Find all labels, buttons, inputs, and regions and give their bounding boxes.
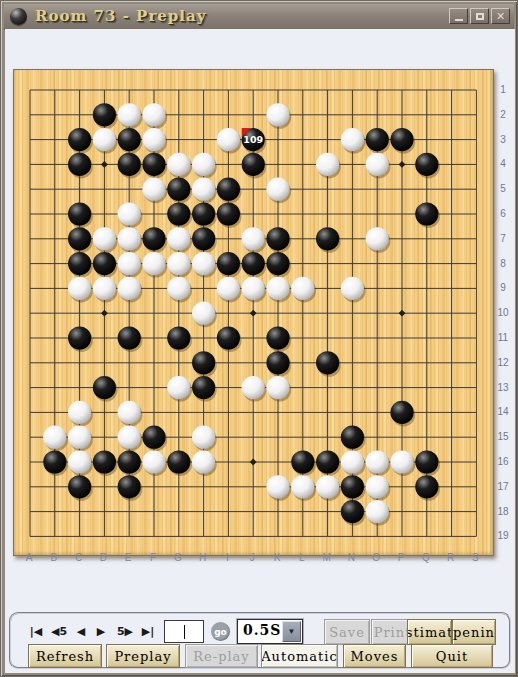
- black-stone-C11: [68, 326, 91, 349]
- automatic-button[interactable]: Automatic: [261, 644, 338, 668]
- titlebar[interactable]: Room 73 - Preplay ✕: [4, 4, 514, 30]
- white-stone-D3: [93, 128, 116, 151]
- row-label-4: 4: [495, 158, 511, 169]
- white-stone-C14: [68, 401, 91, 424]
- col-label-B: B: [50, 552, 57, 563]
- row-label-12: 12: [495, 356, 511, 367]
- black-stone-C4: [68, 153, 91, 176]
- black-stone-K8: [266, 252, 289, 275]
- white-stone-H8: [192, 252, 215, 275]
- black-stone-P3: [390, 128, 413, 151]
- speed-select[interactable]: 0.5S ▼: [237, 619, 303, 644]
- black-stone-C7: [68, 227, 91, 250]
- black-stone-D16: [93, 450, 116, 473]
- col-label-D: D: [100, 552, 107, 563]
- black-stone-I5: [217, 178, 240, 201]
- black-stone-D13: [93, 376, 116, 399]
- white-stone-O18: [366, 500, 389, 523]
- black-stone-G6: [167, 202, 190, 225]
- move-number-label: 109: [243, 134, 263, 145]
- white-stone-E7: [118, 227, 141, 250]
- estimate-button[interactable]: stimat: [407, 619, 452, 645]
- col-label-Q: Q: [422, 552, 430, 563]
- row-label-6: 6: [495, 208, 511, 219]
- window-title: Room 73 - Preplay: [35, 7, 206, 25]
- preplay-button[interactable]: Preplay: [106, 644, 180, 668]
- black-stone-E16: [118, 450, 141, 473]
- black-stone-B16: [43, 450, 66, 473]
- white-stone-H16: [192, 450, 215, 473]
- move-number-input[interactable]: [164, 620, 204, 643]
- black-stone-G16: [167, 450, 190, 473]
- save-button[interactable]: Save: [324, 619, 370, 645]
- black-stone-Q17: [415, 475, 438, 498]
- black-stone-L16: [291, 450, 314, 473]
- white-stone-H15: [192, 426, 215, 449]
- star-point-P4: [399, 161, 406, 168]
- white-stone-O4: [366, 153, 389, 176]
- black-stone-K7: [266, 227, 289, 250]
- col-label-J: J: [250, 552, 255, 563]
- black-stone-I8: [217, 252, 240, 275]
- white-stone-K17: [266, 475, 289, 498]
- white-stone-D7: [93, 227, 116, 250]
- white-stone-N9: [341, 277, 364, 300]
- col-label-I: I: [226, 552, 229, 563]
- row-label-5: 5: [495, 183, 511, 194]
- black-stone-M16: [316, 450, 339, 473]
- white-stone-J7: [242, 227, 265, 250]
- row-label-10: 10: [495, 307, 511, 318]
- white-stone-E15: [118, 426, 141, 449]
- white-stone-G8: [167, 252, 190, 275]
- row-label-1: 1: [495, 84, 511, 95]
- star-point-D4: [101, 161, 108, 168]
- white-stone-E8: [118, 252, 141, 275]
- maximize-icon: [476, 13, 484, 20]
- white-stone-N3: [341, 128, 364, 151]
- white-stone-J13: [242, 376, 265, 399]
- black-stone-E3: [118, 128, 141, 151]
- content-area: 109 ABCDEFGHIJKLMNOPQRS 1234567891011121…: [5, 29, 515, 673]
- white-stone-F8: [142, 252, 165, 275]
- black-stone-E17: [118, 475, 141, 498]
- replay-button[interactable]: Re-play: [185, 644, 258, 668]
- col-label-G: G: [174, 552, 182, 563]
- white-stone-K5: [266, 178, 289, 201]
- black-stone-H13: [192, 376, 215, 399]
- row-label-15: 15: [495, 431, 511, 442]
- maximize-button[interactable]: [470, 8, 489, 24]
- black-stone-D2: [93, 103, 116, 126]
- black-stone-M7: [316, 227, 339, 250]
- col-label-S: S: [472, 552, 479, 563]
- black-stone-F4: [142, 153, 165, 176]
- quit-button[interactable]: Quit: [411, 644, 493, 668]
- star-point-D10: [101, 310, 108, 317]
- white-stone-K2: [266, 103, 289, 126]
- last-move-button[interactable]: ▶|: [142, 625, 154, 638]
- white-stone-L9: [291, 277, 314, 300]
- black-stone-G5: [167, 178, 190, 201]
- minimize-button[interactable]: [449, 8, 468, 24]
- speed-value: 0.5S: [243, 622, 281, 638]
- white-stone-O17: [366, 475, 389, 498]
- black-stone-C6: [68, 202, 91, 225]
- go-stone-icon: [10, 8, 27, 25]
- back-5-button[interactable]: ◀5: [51, 625, 67, 638]
- black-stone-I6: [217, 202, 240, 225]
- col-label-P: P: [398, 552, 405, 563]
- black-stone-Q16: [415, 450, 438, 473]
- white-stone-G4: [167, 153, 190, 176]
- col-label-A: A: [26, 552, 33, 563]
- col-label-N: N: [348, 552, 355, 563]
- black-stone-N17: [341, 475, 364, 498]
- white-stone-B15: [43, 426, 66, 449]
- col-label-H: H: [199, 552, 206, 563]
- white-stone-M4: [316, 153, 339, 176]
- black-stone-H7: [192, 227, 215, 250]
- white-stone-E9: [118, 277, 141, 300]
- black-stone-E4: [118, 153, 141, 176]
- black-stone-J8: [242, 252, 265, 275]
- white-stone-I9: [217, 277, 240, 300]
- col-label-R: R: [447, 552, 454, 563]
- board-grid[interactable]: 109: [14, 70, 493, 555]
- white-stone-K13: [266, 376, 289, 399]
- black-stone-K11: [266, 326, 289, 349]
- close-button[interactable]: ✕: [491, 8, 510, 24]
- white-stone-F16: [142, 450, 165, 473]
- white-stone-O16: [366, 450, 389, 473]
- black-stone-D8: [93, 252, 116, 275]
- col-label-K: K: [274, 552, 281, 563]
- text-caret: [184, 625, 185, 639]
- col-label-E: E: [125, 552, 132, 563]
- black-stone-N18: [341, 500, 364, 523]
- row-label-18: 18: [495, 505, 511, 516]
- row-label-19: 19: [495, 530, 511, 541]
- row-label-16: 16: [495, 456, 511, 467]
- col-label-F: F: [150, 552, 156, 563]
- row-label-17: 17: [495, 480, 511, 491]
- white-stone-D9: [93, 277, 116, 300]
- black-stone-C17: [68, 475, 91, 498]
- white-stone-G7: [167, 227, 190, 250]
- minimize-icon: [455, 19, 463, 21]
- row-label-8: 8: [495, 257, 511, 268]
- white-stone-C16: [68, 450, 91, 473]
- star-point-J16: [250, 459, 257, 466]
- white-stone-G9: [167, 277, 190, 300]
- black-stone-G11: [167, 326, 190, 349]
- black-stone-Q4: [415, 153, 438, 176]
- black-stone-H12: [192, 351, 215, 374]
- white-stone-I3: [217, 128, 240, 151]
- star-point-P10: [399, 310, 406, 317]
- star-point-J10: [250, 310, 257, 317]
- white-stone-K9: [266, 277, 289, 300]
- go-button[interactable]: go: [211, 622, 230, 641]
- control-panel: |◀ ◀5 ◀ ▶ 5▶ ▶| go 0.5S ▼ Save Print sti…: [9, 612, 511, 669]
- white-stone-F2: [142, 103, 165, 126]
- black-stone-N15: [341, 426, 364, 449]
- black-stone-H6: [192, 202, 215, 225]
- black-stone-E11: [118, 326, 141, 349]
- white-stone-O7: [366, 227, 389, 250]
- white-stone-H4: [192, 153, 215, 176]
- white-stone-E2: [118, 103, 141, 126]
- refresh-button[interactable]: Refresh: [28, 644, 102, 668]
- white-stone-F5: [142, 178, 165, 201]
- col-label-C: C: [75, 552, 82, 563]
- black-stone-Q6: [415, 202, 438, 225]
- black-stone-F7: [142, 227, 165, 250]
- row-label-11: 11: [495, 332, 511, 343]
- col-label-O: O: [372, 552, 380, 563]
- white-stone-L17: [291, 475, 314, 498]
- white-stone-C9: [68, 277, 91, 300]
- col-label-M: M: [322, 552, 330, 563]
- white-stone-M17: [316, 475, 339, 498]
- row-label-3: 3: [495, 133, 511, 144]
- white-stone-C15: [68, 426, 91, 449]
- black-stone-F15: [142, 426, 165, 449]
- black-stone-I11: [217, 326, 240, 349]
- white-stone-G13: [167, 376, 190, 399]
- window: Room 73 - Preplay ✕ 109 ABCDEFGHIJKLMNOP…: [0, 0, 518, 677]
- black-stone-C3: [68, 128, 91, 151]
- white-stone-E14: [118, 401, 141, 424]
- first-move-button[interactable]: |◀: [30, 625, 42, 638]
- row-label-14: 14: [495, 406, 511, 417]
- chevron-down-icon[interactable]: ▼: [282, 621, 301, 642]
- white-stone-J9: [242, 277, 265, 300]
- black-stone-K12: [266, 351, 289, 374]
- white-stone-H10: [192, 302, 215, 325]
- white-stone-F3: [142, 128, 165, 151]
- back-button[interactable]: ◀: [77, 625, 85, 638]
- col-label-L: L: [299, 552, 305, 563]
- black-stone-P14: [390, 401, 413, 424]
- white-stone-N16: [341, 450, 364, 473]
- close-icon: ✕: [496, 11, 505, 22]
- row-label-2: 2: [495, 108, 511, 119]
- row-label-7: 7: [495, 232, 511, 243]
- row-label-9: 9: [495, 282, 511, 293]
- black-stone-M12: [316, 351, 339, 374]
- white-stone-E6: [118, 202, 141, 225]
- moves-button[interactable]: Moves: [343, 644, 406, 668]
- opening-button[interactable]: penin: [452, 619, 496, 645]
- black-stone-O3: [366, 128, 389, 151]
- black-stone-J4: [242, 153, 265, 176]
- white-stone-P16: [390, 450, 413, 473]
- forward-5-button[interactable]: 5▶: [117, 625, 133, 638]
- black-stone-C8: [68, 252, 91, 275]
- go-board[interactable]: 109: [13, 69, 494, 556]
- forward-button[interactable]: ▶: [97, 625, 105, 638]
- row-label-13: 13: [495, 381, 511, 392]
- white-stone-H5: [192, 178, 215, 201]
